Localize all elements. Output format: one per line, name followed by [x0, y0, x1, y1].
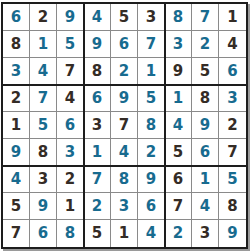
cell-r7c1[interactable]: 4 — [3, 166, 30, 193]
cell-r3c8[interactable]: 5 — [192, 58, 219, 85]
cell-r1c2[interactable]: 2 — [30, 4, 57, 31]
cell-r7c7[interactable]: 6 — [165, 166, 192, 193]
cell-r7c5[interactable]: 8 — [111, 166, 138, 193]
cell-r6c4[interactable]: 1 — [84, 139, 111, 166]
cell-r1c7[interactable]: 8 — [165, 4, 192, 31]
cell-r4c4[interactable]: 6 — [84, 85, 111, 112]
cell-r7c9[interactable]: 5 — [219, 166, 246, 193]
cell-r6c1[interactable]: 9 — [3, 139, 30, 166]
cell-r5c5[interactable]: 7 — [111, 112, 138, 139]
cell-r9c1[interactable]: 7 — [3, 220, 30, 247]
cell-r7c6[interactable]: 9 — [138, 166, 165, 193]
cell-r6c5[interactable]: 4 — [111, 139, 138, 166]
cell-r1c9[interactable]: 1 — [219, 4, 246, 31]
cell-r1c3[interactable]: 9 — [57, 4, 84, 31]
cell-r8c2[interactable]: 9 — [30, 193, 57, 220]
cell-r8c6[interactable]: 6 — [138, 193, 165, 220]
cell-r2c5[interactable]: 6 — [111, 31, 138, 58]
cell-r6c3[interactable]: 3 — [57, 139, 84, 166]
cell-r9c7[interactable]: 2 — [165, 220, 192, 247]
cell-r5c4[interactable]: 3 — [84, 112, 111, 139]
cell-r9c4[interactable]: 5 — [84, 220, 111, 247]
box-divider-vertical-2 — [164, 4, 166, 247]
cell-r1c4[interactable]: 4 — [84, 4, 111, 31]
box-divider-horizontal-2 — [3, 165, 246, 167]
cell-r4c5[interactable]: 9 — [111, 85, 138, 112]
cell-r5c6[interactable]: 8 — [138, 112, 165, 139]
cell-r3c7[interactable]: 9 — [165, 58, 192, 85]
cell-r1c6[interactable]: 3 — [138, 4, 165, 31]
cell-r2c3[interactable]: 5 — [57, 31, 84, 58]
cell-r2c8[interactable]: 2 — [192, 31, 219, 58]
box-divider-vertical-1 — [83, 4, 85, 247]
cell-r6c2[interactable]: 8 — [30, 139, 57, 166]
cell-r3c4[interactable]: 8 — [84, 58, 111, 85]
cell-r9c6[interactable]: 4 — [138, 220, 165, 247]
cell-r2c1[interactable]: 8 — [3, 31, 30, 58]
cell-r1c1[interactable]: 6 — [3, 4, 30, 31]
cell-r5c9[interactable]: 2 — [219, 112, 246, 139]
cell-r6c6[interactable]: 2 — [138, 139, 165, 166]
cell-r6c9[interactable]: 7 — [219, 139, 246, 166]
cell-r2c7[interactable]: 3 — [165, 31, 192, 58]
cell-r6c7[interactable]: 5 — [165, 139, 192, 166]
cell-r9c8[interactable]: 3 — [192, 220, 219, 247]
cell-r4c6[interactable]: 5 — [138, 85, 165, 112]
cell-r3c9[interactable]: 6 — [219, 58, 246, 85]
cell-r8c8[interactable]: 4 — [192, 193, 219, 220]
cell-r7c4[interactable]: 7 — [84, 166, 111, 193]
cell-r2c9[interactable]: 4 — [219, 31, 246, 58]
cell-r3c1[interactable]: 3 — [3, 58, 30, 85]
cell-r4c3[interactable]: 4 — [57, 85, 84, 112]
sudoku-app: 6294538718159673243478219562746951831563… — [0, 0, 250, 251]
cell-r2c4[interactable]: 9 — [84, 31, 111, 58]
cell-r5c8[interactable]: 9 — [192, 112, 219, 139]
cell-r5c3[interactable]: 6 — [57, 112, 84, 139]
cell-r5c1[interactable]: 1 — [3, 112, 30, 139]
cell-r9c9[interactable]: 9 — [219, 220, 246, 247]
cell-r3c5[interactable]: 2 — [111, 58, 138, 85]
cell-r8c9[interactable]: 8 — [219, 193, 246, 220]
cell-r1c8[interactable]: 7 — [192, 4, 219, 31]
cell-r8c1[interactable]: 5 — [3, 193, 30, 220]
cell-r1c5[interactable]: 5 — [111, 4, 138, 31]
cell-r5c2[interactable]: 5 — [30, 112, 57, 139]
cell-r4c9[interactable]: 3 — [219, 85, 246, 112]
cell-r7c8[interactable]: 1 — [192, 166, 219, 193]
cell-r7c2[interactable]: 3 — [30, 166, 57, 193]
cell-r4c1[interactable]: 2 — [3, 85, 30, 112]
box-divider-horizontal-1 — [3, 84, 246, 86]
cell-r4c2[interactable]: 7 — [30, 85, 57, 112]
cell-r8c7[interactable]: 7 — [165, 193, 192, 220]
cell-r4c7[interactable]: 1 — [165, 85, 192, 112]
cell-r3c3[interactable]: 7 — [57, 58, 84, 85]
cell-r6c8[interactable]: 6 — [192, 139, 219, 166]
cell-r3c2[interactable]: 4 — [30, 58, 57, 85]
cell-r9c3[interactable]: 8 — [57, 220, 84, 247]
cell-r5c7[interactable]: 4 — [165, 112, 192, 139]
cell-r2c6[interactable]: 7 — [138, 31, 165, 58]
cell-r2c2[interactable]: 1 — [30, 31, 57, 58]
cell-r8c4[interactable]: 2 — [84, 193, 111, 220]
cell-r3c6[interactable]: 1 — [138, 58, 165, 85]
cell-r8c5[interactable]: 3 — [111, 193, 138, 220]
cell-r9c2[interactable]: 6 — [30, 220, 57, 247]
sudoku-board: 6294538718159673243478219562746951831563… — [1, 2, 248, 249]
cell-r8c3[interactable]: 1 — [57, 193, 84, 220]
cell-r9c5[interactable]: 1 — [111, 220, 138, 247]
cell-r4c8[interactable]: 8 — [192, 85, 219, 112]
cell-r7c3[interactable]: 2 — [57, 166, 84, 193]
